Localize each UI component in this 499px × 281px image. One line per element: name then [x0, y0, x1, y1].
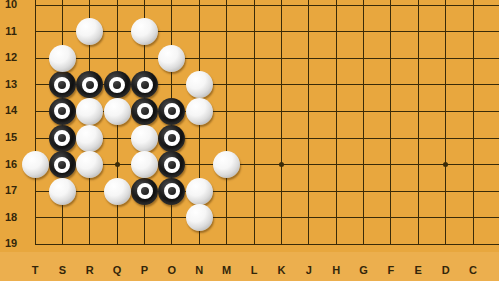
stone-white-p16[interactable]: [131, 151, 158, 178]
stone-white-o12[interactable]: [158, 45, 185, 72]
stone-black-o14[interactable]: [158, 98, 185, 125]
stone-white-n17[interactable]: [186, 178, 213, 205]
stone-black-s16[interactable]: [49, 151, 76, 178]
stone-black-r13[interactable]: [76, 71, 103, 98]
stone-white-t16[interactable]: [22, 151, 49, 178]
stone-white-p11[interactable]: [131, 18, 158, 45]
stone-white-p15[interactable]: [131, 125, 158, 152]
stone-white-r14[interactable]: [76, 98, 103, 125]
stone-white-r11[interactable]: [76, 18, 103, 45]
stone-black-s15[interactable]: [49, 125, 76, 152]
stones-layer: [0, 0, 499, 281]
stone-white-s17[interactable]: [49, 178, 76, 205]
go-board: 10111213141516171819TSRQPONMLKJHGFEDC: [0, 0, 499, 281]
stone-black-p17[interactable]: [131, 178, 158, 205]
stone-white-r15[interactable]: [76, 125, 103, 152]
stone-black-p14[interactable]: [131, 98, 158, 125]
stone-black-o17[interactable]: [158, 178, 185, 205]
stone-white-r16[interactable]: [76, 151, 103, 178]
stone-white-s12[interactable]: [49, 45, 76, 72]
stone-black-o16[interactable]: [158, 151, 185, 178]
stone-white-q14[interactable]: [104, 98, 131, 125]
stone-black-q13[interactable]: [104, 71, 131, 98]
stone-white-q17[interactable]: [104, 178, 131, 205]
stone-black-p13[interactable]: [131, 71, 158, 98]
stone-white-n14[interactable]: [186, 98, 213, 125]
stone-white-n18[interactable]: [186, 204, 213, 231]
stone-black-s14[interactable]: [49, 98, 76, 125]
stone-white-m16[interactable]: [213, 151, 240, 178]
stone-black-o15[interactable]: [158, 125, 185, 152]
stone-white-n13[interactable]: [186, 71, 213, 98]
stone-black-s13[interactable]: [49, 71, 76, 98]
